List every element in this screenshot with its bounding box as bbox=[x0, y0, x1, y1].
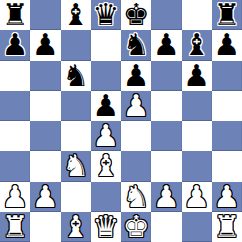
square-g5[interactable] bbox=[182, 91, 212, 121]
square-a7[interactable]: ♟ bbox=[0, 30, 30, 60]
square-e2[interactable]: ♞ bbox=[121, 182, 151, 212]
piece-white-queen-d1[interactable]: ♛ bbox=[92, 212, 119, 242]
square-e4[interactable] bbox=[121, 121, 151, 151]
piece-white-pawn-f2[interactable]: ♟ bbox=[153, 182, 180, 212]
square-e7[interactable]: ♞ bbox=[121, 30, 151, 60]
square-b4[interactable] bbox=[30, 121, 60, 151]
piece-white-knight-e2[interactable]: ♞ bbox=[123, 182, 150, 212]
piece-white-pawn-d4[interactable]: ♟ bbox=[92, 121, 119, 151]
piece-black-rook-a8[interactable]: ♜ bbox=[2, 0, 29, 30]
piece-black-queen-d8[interactable]: ♛ bbox=[92, 0, 119, 30]
square-f7[interactable]: ♟ bbox=[151, 30, 181, 60]
square-f3[interactable] bbox=[151, 151, 181, 181]
square-c4[interactable] bbox=[61, 121, 91, 151]
square-b7[interactable]: ♟ bbox=[30, 30, 60, 60]
piece-white-bishop-c1[interactable]: ♝ bbox=[62, 212, 89, 242]
square-d7[interactable] bbox=[91, 30, 121, 60]
piece-white-pawn-e5[interactable]: ♟ bbox=[123, 91, 150, 121]
piece-black-pawn-d5[interactable]: ♟ bbox=[92, 91, 119, 121]
square-a8[interactable]: ♜ bbox=[0, 0, 30, 30]
piece-white-rook-h1[interactable]: ♜ bbox=[213, 212, 240, 242]
piece-black-pawn-a7[interactable]: ♟ bbox=[2, 30, 29, 60]
square-b5[interactable] bbox=[30, 91, 60, 121]
square-a5[interactable] bbox=[0, 91, 30, 121]
square-c1[interactable]: ♝ bbox=[61, 212, 91, 242]
square-a3[interactable] bbox=[0, 151, 30, 181]
piece-black-bishop-c8[interactable]: ♝ bbox=[62, 0, 89, 30]
chess-board: ♜♝♛♚♜♟♟♞♟♝♟♞♟♟♟♟♟♞♝♟♟♞♟♟♟♜♝♛♚♜ bbox=[0, 0, 242, 242]
piece-black-pawn-g6[interactable]: ♟ bbox=[183, 61, 210, 91]
square-d8[interactable]: ♛ bbox=[91, 0, 121, 30]
square-e8[interactable]: ♚ bbox=[121, 0, 151, 30]
square-h5[interactable] bbox=[212, 91, 242, 121]
square-e5[interactable]: ♟ bbox=[121, 91, 151, 121]
square-f8[interactable] bbox=[151, 0, 181, 30]
square-f5[interactable] bbox=[151, 91, 181, 121]
square-e1[interactable]: ♚ bbox=[121, 212, 151, 242]
square-g6[interactable]: ♟ bbox=[182, 61, 212, 91]
piece-black-knight-c6[interactable]: ♞ bbox=[62, 61, 89, 91]
square-c7[interactable] bbox=[61, 30, 91, 60]
piece-black-king-e8[interactable]: ♚ bbox=[123, 0, 150, 30]
square-h2[interactable]: ♟ bbox=[212, 182, 242, 212]
square-h1[interactable]: ♜ bbox=[212, 212, 242, 242]
piece-black-pawn-f7[interactable]: ♟ bbox=[153, 30, 180, 60]
square-g7[interactable]: ♝ bbox=[182, 30, 212, 60]
piece-black-pawn-e6[interactable]: ♟ bbox=[123, 61, 150, 91]
piece-white-bishop-d3[interactable]: ♝ bbox=[92, 151, 119, 181]
square-h6[interactable] bbox=[212, 61, 242, 91]
square-c8[interactable]: ♝ bbox=[61, 0, 91, 30]
square-a4[interactable] bbox=[0, 121, 30, 151]
piece-black-bishop-g7[interactable]: ♝ bbox=[183, 30, 210, 60]
piece-black-pawn-h7[interactable]: ♟ bbox=[213, 30, 240, 60]
square-h3[interactable] bbox=[212, 151, 242, 181]
square-h4[interactable] bbox=[212, 121, 242, 151]
square-f4[interactable] bbox=[151, 121, 181, 151]
square-g1[interactable] bbox=[182, 212, 212, 242]
square-c3[interactable]: ♞ bbox=[61, 151, 91, 181]
square-d3[interactable]: ♝ bbox=[91, 151, 121, 181]
square-d5[interactable]: ♟ bbox=[91, 91, 121, 121]
square-b1[interactable] bbox=[30, 212, 60, 242]
piece-white-pawn-a2[interactable]: ♟ bbox=[2, 182, 29, 212]
square-a6[interactable] bbox=[0, 61, 30, 91]
square-g8[interactable] bbox=[182, 0, 212, 30]
piece-white-pawn-g2[interactable]: ♟ bbox=[183, 182, 210, 212]
square-h8[interactable]: ♜ bbox=[212, 0, 242, 30]
square-f6[interactable] bbox=[151, 61, 181, 91]
square-e6[interactable]: ♟ bbox=[121, 61, 151, 91]
square-e3[interactable] bbox=[121, 151, 151, 181]
square-f1[interactable] bbox=[151, 212, 181, 242]
square-f2[interactable]: ♟ bbox=[151, 182, 181, 212]
piece-black-pawn-b7[interactable]: ♟ bbox=[32, 30, 59, 60]
square-a1[interactable]: ♜ bbox=[0, 212, 30, 242]
square-c5[interactable] bbox=[61, 91, 91, 121]
square-b8[interactable] bbox=[30, 0, 60, 30]
square-g4[interactable] bbox=[182, 121, 212, 151]
square-c2[interactable] bbox=[61, 182, 91, 212]
square-h7[interactable]: ♟ bbox=[212, 30, 242, 60]
square-d1[interactable]: ♛ bbox=[91, 212, 121, 242]
square-d6[interactable] bbox=[91, 61, 121, 91]
piece-black-knight-e7[interactable]: ♞ bbox=[123, 30, 150, 60]
piece-white-pawn-h2[interactable]: ♟ bbox=[213, 182, 240, 212]
piece-white-knight-c3[interactable]: ♞ bbox=[62, 151, 89, 181]
square-g2[interactable]: ♟ bbox=[182, 182, 212, 212]
square-d2[interactable] bbox=[91, 182, 121, 212]
piece-white-king-e1[interactable]: ♚ bbox=[123, 212, 150, 242]
square-b3[interactable] bbox=[30, 151, 60, 181]
square-a2[interactable]: ♟ bbox=[0, 182, 30, 212]
square-d4[interactable]: ♟ bbox=[91, 121, 121, 151]
piece-white-rook-a1[interactable]: ♜ bbox=[2, 212, 29, 242]
square-b6[interactable] bbox=[30, 61, 60, 91]
piece-white-pawn-b2[interactable]: ♟ bbox=[32, 182, 59, 212]
square-c6[interactable]: ♞ bbox=[61, 61, 91, 91]
piece-black-rook-h8[interactable]: ♜ bbox=[213, 0, 240, 30]
square-g3[interactable] bbox=[182, 151, 212, 181]
square-b2[interactable]: ♟ bbox=[30, 182, 60, 212]
